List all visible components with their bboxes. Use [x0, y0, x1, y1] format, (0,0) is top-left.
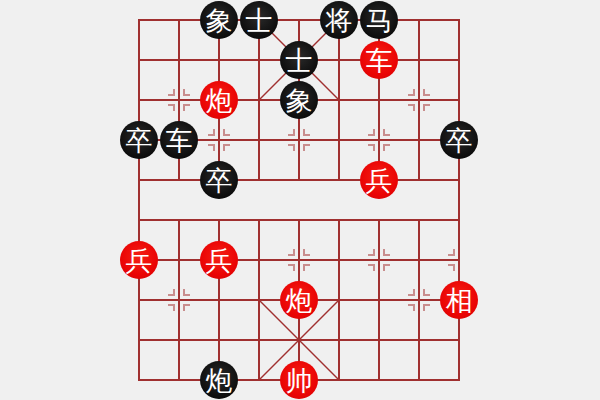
point-marker [168, 289, 175, 296]
grid-line [418, 19, 420, 181]
piece-black-cannon[interactable]: 炮 [200, 361, 238, 399]
point-marker [383, 129, 390, 136]
point-marker [448, 264, 455, 271]
point-marker [168, 104, 175, 111]
piece-red-general[interactable]: 帅 [280, 361, 318, 399]
point-marker [183, 304, 190, 311]
piece-red-chariot[interactable]: 车 [360, 41, 398, 79]
point-marker [303, 249, 310, 256]
point-marker [168, 304, 175, 311]
point-marker [383, 144, 390, 151]
piece-red-pawn[interactable]: 兵 [200, 241, 238, 279]
piece-black-general[interactable]: 将 [320, 1, 358, 39]
piece-black-advisor[interactable]: 士 [280, 41, 318, 79]
point-marker [368, 264, 375, 271]
point-marker [303, 144, 310, 151]
point-marker [368, 144, 375, 151]
piece-red-pawn[interactable]: 兵 [120, 241, 158, 279]
point-marker [408, 304, 415, 311]
point-marker [383, 249, 390, 256]
grid-line [378, 219, 380, 381]
point-marker [423, 104, 430, 111]
point-marker [183, 104, 190, 111]
piece-red-cannon[interactable]: 炮 [280, 281, 318, 319]
grid-line [138, 19, 140, 381]
point-marker [208, 129, 215, 136]
piece-red-pawn[interactable]: 兵 [360, 161, 398, 199]
piece-black-pawn[interactable]: 卒 [440, 121, 478, 159]
grid-line [338, 219, 340, 381]
point-marker [288, 264, 295, 271]
point-marker [183, 289, 190, 296]
grid-line [178, 219, 180, 381]
piece-black-chariot[interactable]: 车 [160, 121, 198, 159]
point-marker [423, 289, 430, 296]
piece-black-advisor[interactable]: 士 [240, 1, 278, 39]
point-marker [288, 249, 295, 256]
piece-black-elephant[interactable]: 象 [200, 1, 238, 39]
point-marker [408, 89, 415, 96]
point-marker [368, 249, 375, 256]
point-marker [288, 144, 295, 151]
point-marker [423, 304, 430, 311]
point-marker [423, 89, 430, 96]
point-marker [168, 89, 175, 96]
point-marker [383, 264, 390, 271]
piece-red-cannon[interactable]: 炮 [200, 81, 238, 119]
grid-line [418, 219, 420, 381]
point-marker [223, 144, 230, 151]
point-marker [303, 264, 310, 271]
point-marker [408, 289, 415, 296]
grid-line [338, 19, 340, 181]
xiangqi-board: 象士将马士车炮象卒车卒卒兵兵兵炮相炮帅 [0, 0, 600, 400]
point-marker [208, 144, 215, 151]
piece-black-pawn[interactable]: 卒 [120, 121, 158, 159]
point-marker [408, 104, 415, 111]
point-marker [223, 129, 230, 136]
grid-line [258, 19, 260, 181]
piece-black-pawn[interactable]: 卒 [200, 161, 238, 199]
piece-red-elephant[interactable]: 相 [440, 281, 478, 319]
grid-line [258, 219, 260, 381]
point-marker [303, 129, 310, 136]
piece-black-horse[interactable]: 马 [360, 1, 398, 39]
point-marker [288, 129, 295, 136]
point-marker [368, 129, 375, 136]
grid-line [458, 19, 460, 381]
piece-black-elephant[interactable]: 象 [280, 81, 318, 119]
point-marker [448, 249, 455, 256]
point-marker [183, 89, 190, 96]
